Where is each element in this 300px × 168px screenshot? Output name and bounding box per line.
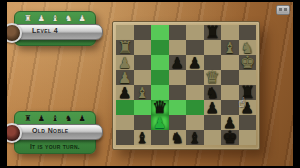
- player-captured-pieces: ♜♟♝♞♟: [15, 112, 95, 124]
- square-c2r1[interactable]: [134, 25, 152, 40]
- player-name: Old Noble: [32, 127, 69, 134]
- square-c1r1[interactable]: [116, 25, 134, 40]
- black-pawn: ♟: [116, 86, 134, 101]
- black-pawn: ♟: [169, 56, 187, 71]
- square-c1r2[interactable]: ♜: [116, 40, 134, 55]
- square-c4r5[interactable]: [169, 85, 187, 100]
- square-c1r4[interactable]: ♟: [116, 70, 134, 85]
- square-c6r4[interactable]: ♛: [204, 70, 222, 85]
- white-knight: ♞: [239, 41, 257, 56]
- black-bishop: ♝: [186, 131, 204, 146]
- square-c4r7[interactable]: [169, 115, 187, 130]
- opponent-panel: ♜♟♝♞♟ Level 4: [14, 11, 96, 46]
- letterbox-bottom: [0, 166, 300, 168]
- square-c6r1[interactable]: ♜: [204, 25, 222, 40]
- square-c6r2[interactable]: [204, 40, 222, 55]
- square-c7r2[interactable]: ♝: [221, 40, 239, 55]
- square-c3r2[interactable]: [151, 40, 169, 55]
- square-c4r6[interactable]: [169, 100, 187, 115]
- opponent-captured-pieces: ♜♟♝♞♟: [15, 12, 95, 24]
- square-c4r1[interactable]: [169, 25, 187, 40]
- player-panel: ♜♟♝♞♟ Old Noble It is your turn.: [14, 111, 96, 154]
- pawn-icon: ♟: [38, 14, 45, 24]
- square-c5r3[interactable]: ♟: [186, 55, 204, 70]
- square-c2r6[interactable]: [134, 100, 152, 115]
- square-c3r5[interactable]: [151, 85, 169, 100]
- square-c3r8[interactable]: [151, 130, 169, 145]
- square-c2r2[interactable]: [134, 40, 152, 55]
- black-rook: ♜: [204, 25, 222, 40]
- knight-icon: ♞: [65, 14, 72, 24]
- square-c5r6[interactable]: [186, 100, 204, 115]
- black-pawn: ♟: [186, 56, 204, 71]
- square-c6r8[interactable]: [204, 130, 222, 145]
- square-c8r4[interactable]: [239, 70, 257, 85]
- square-c3r6[interactable]: ♛: [151, 100, 169, 115]
- white-rook: ♜: [116, 40, 134, 55]
- black-bishop: ♝: [134, 131, 152, 146]
- pawn-icon: ♟: [79, 14, 86, 24]
- square-c7r6[interactable]: [221, 100, 239, 115]
- square-c5r8[interactable]: ♝: [186, 130, 204, 145]
- square-c6r5[interactable]: ♞: [204, 85, 222, 100]
- square-c2r5[interactable]: ♝: [134, 85, 152, 100]
- square-c6r3[interactable]: [204, 55, 222, 70]
- knight-icon: ♞: [65, 114, 72, 124]
- square-c1r3[interactable]: ♟: [116, 55, 134, 70]
- black-queen: ♛: [151, 100, 169, 115]
- player-name-bar: Old Noble: [9, 124, 103, 140]
- chess-board-frame: ♜♜♝♞♟♟♟♚♟♛♟♝♞♜♛♟♟♟♟♝♞♝♚: [112, 21, 260, 150]
- square-c1r6[interactable]: [116, 100, 134, 115]
- square-c3r3[interactable]: [151, 55, 169, 70]
- white-king: ♚: [239, 55, 257, 70]
- white-pawn: ♟: [116, 56, 134, 71]
- square-c4r4[interactable]: [169, 70, 187, 85]
- square-c2r8[interactable]: ♝: [134, 130, 152, 145]
- square-c5r4[interactable]: [186, 70, 204, 85]
- square-c4r3[interactable]: ♟: [169, 55, 187, 70]
- square-c1r7[interactable]: [116, 115, 134, 130]
- bishop-icon: ♝: [51, 114, 58, 124]
- letterbox-left: [0, 0, 7, 168]
- pawn-icon: ♟: [38, 114, 45, 124]
- square-c2r3[interactable]: [134, 55, 152, 70]
- rook-icon: ♜: [24, 114, 31, 124]
- square-c5r2[interactable]: [186, 40, 204, 55]
- square-c3r1[interactable]: [151, 25, 169, 40]
- opponent-name-bar: Level 4: [9, 24, 103, 40]
- white-bishop: ♝: [221, 41, 239, 56]
- white-queen: ♛: [204, 70, 222, 85]
- square-c6r7[interactable]: [204, 115, 222, 130]
- square-c8r1[interactable]: [239, 25, 257, 40]
- square-c1r5[interactable]: ♟: [116, 85, 134, 100]
- square-c3r7[interactable]: ♟: [151, 115, 169, 130]
- opponent-name: Level 4: [32, 27, 58, 34]
- square-c7r1[interactable]: [221, 25, 239, 40]
- turn-status-text: It is your turn.: [15, 143, 95, 150]
- square-c8r3[interactable]: ♚: [239, 55, 257, 70]
- square-c5r5[interactable]: [186, 85, 204, 100]
- square-c7r3[interactable]: [221, 55, 239, 70]
- square-c4r2[interactable]: [169, 40, 187, 55]
- black-pawn-selected: ♟: [151, 116, 169, 131]
- black-pawn: ♟: [204, 101, 222, 116]
- square-c6r6[interactable]: ♟: [204, 100, 222, 115]
- square-c8r2[interactable]: ♞: [239, 40, 257, 55]
- square-c7r4[interactable]: [221, 70, 239, 85]
- square-c2r7[interactable]: [134, 115, 152, 130]
- square-c1r8[interactable]: [116, 130, 134, 145]
- white-pawn: ♟: [116, 71, 134, 86]
- window-controls-icon[interactable]: [276, 5, 290, 15]
- game-stage: ♜♜♝♞♟♟♟♚♟♛♟♝♞♜♛♟♟♟♟♝♞♝♚ ♜♟♝♞♟ Level 4 ♜♟…: [0, 0, 300, 168]
- chess-board[interactable]: ♜♜♝♞♟♟♟♚♟♛♟♝♞♜♛♟♟♟♟♝♞♝♚: [116, 25, 256, 145]
- black-king: ♚: [221, 130, 239, 145]
- square-c4r8[interactable]: ♞: [169, 130, 187, 145]
- black-knight: ♞: [169, 131, 187, 146]
- square-c5r7[interactable]: [186, 115, 204, 130]
- square-c7r7[interactable]: ♟: [221, 115, 239, 130]
- square-c8r7[interactable]: [239, 115, 257, 130]
- square-c5r1[interactable]: [186, 25, 204, 40]
- square-c7r8[interactable]: ♚: [221, 130, 239, 145]
- square-c7r5[interactable]: [221, 85, 239, 100]
- rook-icon: ♜: [24, 14, 31, 24]
- square-c3r4[interactable]: [151, 70, 169, 85]
- square-c8r8[interactable]: [239, 130, 257, 145]
- letterbox-right: [293, 0, 300, 168]
- white-bishop: ♝: [134, 86, 152, 101]
- black-knight: ♞: [204, 86, 222, 101]
- pawn-icon: ♟: [79, 114, 86, 124]
- black-pawn: ♟: [221, 116, 239, 131]
- square-c2r4[interactable]: [134, 70, 152, 85]
- letterbox-top: [0, 0, 300, 2]
- bishop-icon: ♝: [51, 14, 58, 24]
